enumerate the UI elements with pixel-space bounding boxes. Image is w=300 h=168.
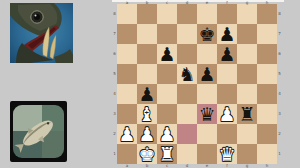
rank-label-left-4: 4 xyxy=(113,92,116,96)
fanged-fish-photo-art xyxy=(10,3,73,63)
square-g8[interactable] xyxy=(237,4,257,24)
square-f5[interactable] xyxy=(217,64,237,84)
square-b1[interactable]: ♚ xyxy=(137,144,157,164)
file-label-top-f: f xyxy=(226,1,227,5)
square-a1[interactable] xyxy=(117,144,137,164)
square-b2[interactable]: ♟ xyxy=(137,124,157,144)
square-b4[interactable]: ♟ xyxy=(137,84,157,104)
file-label-bottom-f: f xyxy=(226,164,227,168)
black-pawn-piece[interactable]: ♟ xyxy=(157,44,177,64)
square-d6[interactable] xyxy=(177,44,197,64)
square-d2[interactable] xyxy=(177,124,197,144)
black-queen-piece[interactable]: ♛ xyxy=(197,104,217,124)
fish-app-icon xyxy=(10,101,67,162)
fanged-fish-photo xyxy=(10,3,73,63)
black-king-piece[interactable]: ♚ xyxy=(197,24,217,44)
file-label-bottom-d: d xyxy=(186,164,189,168)
black-pawn-piece[interactable]: ♟ xyxy=(217,24,237,44)
square-e1[interactable] xyxy=(197,144,217,164)
rank-label-left-8: 8 xyxy=(113,12,116,16)
square-f1[interactable]: ♛ xyxy=(217,144,237,164)
file-label-bottom-g: g xyxy=(246,164,249,168)
black-pawn-piece[interactable]: ♟ xyxy=(137,84,157,104)
square-d5[interactable]: ♞ xyxy=(177,64,197,84)
chess-board: ♚♟♟♟♞♟♟♝♛♟♜♟♟♟♚♜♛ aabbccddeeffgghh887766… xyxy=(112,0,284,168)
square-a5[interactable] xyxy=(117,64,137,84)
square-e6[interactable] xyxy=(197,44,217,64)
square-d8[interactable] xyxy=(177,4,197,24)
rank-label-right-7: 7 xyxy=(278,32,281,36)
board-top-strip xyxy=(112,0,284,2)
rank-label-right-8: 8 xyxy=(278,12,281,16)
square-g4[interactable] xyxy=(237,84,257,104)
black-pawn-piece[interactable]: ♟ xyxy=(197,64,217,84)
square-c8[interactable] xyxy=(157,4,177,24)
square-e7[interactable]: ♚ xyxy=(197,24,217,44)
square-b8[interactable] xyxy=(137,4,157,24)
square-g5[interactable] xyxy=(237,64,257,84)
square-b6[interactable] xyxy=(137,44,157,64)
fish-app-icon-art xyxy=(10,101,67,162)
file-label-bottom-e: e xyxy=(206,164,208,168)
square-f2[interactable] xyxy=(217,124,237,144)
square-h5[interactable] xyxy=(257,64,277,84)
square-f4[interactable] xyxy=(217,84,237,104)
square-e8[interactable] xyxy=(197,4,217,24)
square-c5[interactable] xyxy=(157,64,177,84)
file-label-top-b: b xyxy=(146,1,149,5)
rank-label-left-2: 2 xyxy=(113,132,116,136)
square-e4[interactable] xyxy=(197,84,217,104)
square-c2[interactable]: ♟ xyxy=(157,124,177,144)
rank-label-right-4: 4 xyxy=(278,92,281,96)
square-g7[interactable] xyxy=(237,24,257,44)
rank-label-left-6: 6 xyxy=(113,52,116,56)
square-a7[interactable] xyxy=(117,24,137,44)
white-rook-piece[interactable]: ♜ xyxy=(157,144,177,164)
square-h7[interactable] xyxy=(257,24,277,44)
black-knight-piece[interactable]: ♞ xyxy=(177,64,197,84)
white-pawn-piece[interactable]: ♟ xyxy=(157,124,177,144)
rank-label-right-5: 5 xyxy=(278,72,281,76)
square-h1[interactable] xyxy=(257,144,277,164)
square-f3[interactable]: ♟ xyxy=(217,104,237,124)
square-c3[interactable] xyxy=(157,104,177,124)
white-bishop-piece[interactable]: ♝ xyxy=(137,104,157,124)
rank-label-left-5: 5 xyxy=(113,72,116,76)
rank-label-right-2: 2 xyxy=(278,132,281,136)
square-g2[interactable] xyxy=(237,124,257,144)
rank-label-right-6: 6 xyxy=(278,52,281,56)
rank-label-left-1: 1 xyxy=(113,152,116,156)
white-pawn-piece[interactable]: ♟ xyxy=(217,104,237,124)
white-pawn-piece[interactable]: ♟ xyxy=(137,124,157,144)
square-c7[interactable] xyxy=(157,24,177,44)
square-a8[interactable] xyxy=(117,4,137,24)
white-pawn-piece[interactable]: ♟ xyxy=(117,124,137,144)
square-a6[interactable] xyxy=(117,44,137,64)
file-label-bottom-a: a xyxy=(126,164,128,168)
white-queen-piece[interactable]: ♛ xyxy=(217,144,237,164)
square-d3[interactable] xyxy=(177,104,197,124)
square-g1[interactable] xyxy=(237,144,257,164)
square-c4[interactable] xyxy=(157,84,177,104)
square-g6[interactable] xyxy=(237,44,257,64)
file-label-top-h: h xyxy=(266,1,269,5)
black-pawn-piece[interactable]: ♟ xyxy=(217,44,237,64)
square-b7[interactable] xyxy=(137,24,157,44)
square-f8[interactable] xyxy=(217,4,237,24)
square-h4[interactable] xyxy=(257,84,277,104)
file-label-bottom-b: b xyxy=(146,164,149,168)
screen: ♚♟♟♟♞♟♟♝♛♟♜♟♟♟♚♜♛ aabbccddeeffgghh887766… xyxy=(0,0,300,168)
board-squares: ♚♟♟♟♞♟♟♝♛♟♜♟♟♟♚♜♛ xyxy=(117,4,277,164)
square-f7[interactable]: ♟ xyxy=(217,24,237,44)
file-label-top-d: d xyxy=(186,1,189,5)
file-label-top-c: c xyxy=(166,1,168,5)
square-c6[interactable]: ♟ xyxy=(157,44,177,64)
square-e2[interactable] xyxy=(197,124,217,144)
square-e5[interactable]: ♟ xyxy=(197,64,217,84)
file-label-top-g: g xyxy=(246,1,249,5)
square-d1[interactable] xyxy=(177,144,197,164)
file-label-bottom-h: h xyxy=(266,164,269,168)
square-e3[interactable]: ♛ xyxy=(197,104,217,124)
square-d4[interactable] xyxy=(177,84,197,104)
square-g3[interactable]: ♜ xyxy=(237,104,257,124)
square-h2[interactable] xyxy=(257,124,277,144)
file-label-top-e: e xyxy=(206,1,208,5)
square-c1[interactable]: ♜ xyxy=(157,144,177,164)
black-rook-piece[interactable]: ♜ xyxy=(237,104,257,124)
rank-label-right-3: 3 xyxy=(278,112,281,116)
square-a4[interactable] xyxy=(117,84,137,104)
square-h8[interactable] xyxy=(257,4,277,24)
square-h6[interactable] xyxy=(257,44,277,64)
square-b3[interactable]: ♝ xyxy=(137,104,157,124)
square-b5[interactable] xyxy=(137,64,157,84)
white-king-piece[interactable]: ♚ xyxy=(137,144,157,164)
file-label-top-a: a xyxy=(126,1,128,5)
rank-label-left-3: 3 xyxy=(113,112,116,116)
square-f6[interactable]: ♟ xyxy=(217,44,237,64)
rank-label-right-1: 1 xyxy=(278,152,281,156)
rank-label-left-7: 7 xyxy=(113,32,116,36)
square-h3[interactable] xyxy=(257,104,277,124)
square-d7[interactable] xyxy=(177,24,197,44)
square-a3[interactable] xyxy=(117,104,137,124)
square-a2[interactable]: ♟ xyxy=(117,124,137,144)
file-label-bottom-c: c xyxy=(166,164,168,168)
